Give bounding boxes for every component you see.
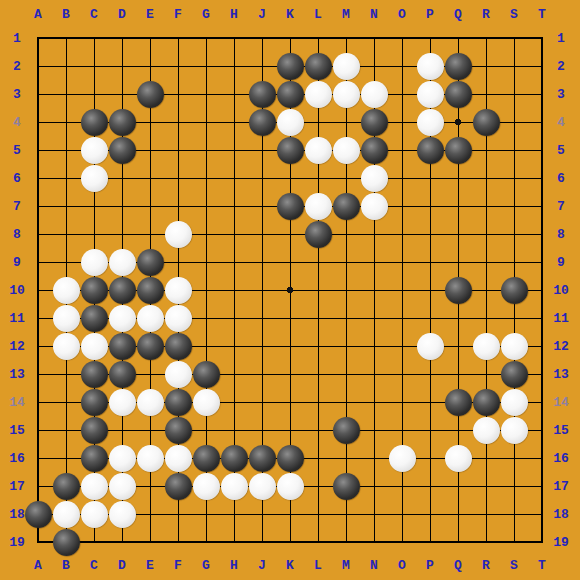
- board-cell[interactable]: [416, 136, 444, 164]
- board-cell[interactable]: [332, 220, 360, 248]
- board-cell[interactable]: [332, 248, 360, 276]
- board-cell[interactable]: [360, 332, 388, 360]
- board-cell[interactable]: [276, 500, 304, 528]
- board-cell[interactable]: [108, 24, 136, 52]
- board-cell[interactable]: [304, 332, 332, 360]
- board-cell[interactable]: [276, 136, 304, 164]
- board-cell[interactable]: [444, 528, 472, 556]
- board-cell[interactable]: [444, 416, 472, 444]
- board-cell[interactable]: [108, 52, 136, 80]
- board-cell[interactable]: [80, 332, 108, 360]
- board-cell[interactable]: [472, 500, 500, 528]
- board-cell[interactable]: [164, 136, 192, 164]
- board-cell[interactable]: [164, 164, 192, 192]
- board-cell[interactable]: [528, 24, 556, 52]
- board-cell[interactable]: [24, 108, 52, 136]
- board-cell[interactable]: [24, 360, 52, 388]
- board-cell[interactable]: [388, 360, 416, 388]
- board-cell[interactable]: [332, 304, 360, 332]
- board-cell[interactable]: [444, 108, 472, 136]
- board-cell[interactable]: [80, 24, 108, 52]
- board-cell[interactable]: [24, 416, 52, 444]
- board-cell[interactable]: [416, 360, 444, 388]
- board-cell[interactable]: [52, 136, 80, 164]
- board-cell[interactable]: [304, 164, 332, 192]
- board-cell[interactable]: [332, 360, 360, 388]
- board-cell[interactable]: [52, 80, 80, 108]
- board-cell[interactable]: [192, 304, 220, 332]
- board-cell[interactable]: [304, 220, 332, 248]
- board-cell[interactable]: [416, 472, 444, 500]
- board-cell[interactable]: [24, 248, 52, 276]
- board-cell[interactable]: [192, 388, 220, 416]
- board-cell[interactable]: [108, 528, 136, 556]
- board-cell[interactable]: [388, 500, 416, 528]
- board-cell[interactable]: [500, 444, 528, 472]
- board-cell[interactable]: [24, 164, 52, 192]
- board-cell[interactable]: [304, 192, 332, 220]
- board-cell[interactable]: [304, 388, 332, 416]
- board-cell[interactable]: [248, 304, 276, 332]
- board-cell[interactable]: [360, 416, 388, 444]
- board-cell[interactable]: [24, 24, 52, 52]
- board-cell[interactable]: [388, 248, 416, 276]
- board-cell[interactable]: [444, 220, 472, 248]
- board-cell[interactable]: [500, 388, 528, 416]
- board-cell[interactable]: [360, 24, 388, 52]
- board-cell[interactable]: [248, 164, 276, 192]
- board-cell[interactable]: [500, 220, 528, 248]
- board-cell[interactable]: [24, 332, 52, 360]
- board-cell[interactable]: [444, 276, 472, 304]
- board-cell[interactable]: [192, 248, 220, 276]
- board-cell[interactable]: [164, 192, 192, 220]
- board-cell[interactable]: [52, 416, 80, 444]
- board-cell[interactable]: [276, 528, 304, 556]
- board-cell[interactable]: [276, 304, 304, 332]
- board-cell[interactable]: [332, 472, 360, 500]
- board-cell[interactable]: [304, 472, 332, 500]
- board-cell[interactable]: [220, 248, 248, 276]
- board-cell[interactable]: [24, 276, 52, 304]
- board-cell[interactable]: [500, 24, 528, 52]
- board-cell[interactable]: [80, 136, 108, 164]
- board-cell[interactable]: [360, 500, 388, 528]
- board-cell[interactable]: [192, 360, 220, 388]
- board-cell[interactable]: [248, 444, 276, 472]
- board-cell[interactable]: [472, 164, 500, 192]
- board-cell[interactable]: [444, 472, 472, 500]
- board-cell[interactable]: [164, 108, 192, 136]
- board-cell[interactable]: [304, 444, 332, 472]
- board-cell[interactable]: [472, 332, 500, 360]
- board-cell[interactable]: [304, 500, 332, 528]
- board-cell[interactable]: [416, 24, 444, 52]
- board-cell[interactable]: [500, 248, 528, 276]
- board-cell[interactable]: [24, 52, 52, 80]
- board-cell[interactable]: [248, 416, 276, 444]
- board-cell[interactable]: [136, 360, 164, 388]
- board-cell[interactable]: [52, 108, 80, 136]
- board-cell[interactable]: [472, 80, 500, 108]
- board-cell[interactable]: [360, 136, 388, 164]
- board-cell[interactable]: [416, 164, 444, 192]
- board-cell[interactable]: [332, 24, 360, 52]
- board-cell[interactable]: [108, 332, 136, 360]
- board-cell[interactable]: [388, 472, 416, 500]
- board-cell[interactable]: [360, 276, 388, 304]
- board-cell[interactable]: [472, 220, 500, 248]
- board-cell[interactable]: [220, 80, 248, 108]
- board-cell[interactable]: [472, 304, 500, 332]
- board-cell[interactable]: [388, 528, 416, 556]
- board-cell[interactable]: [500, 528, 528, 556]
- board-cell[interactable]: [80, 248, 108, 276]
- board-cell[interactable]: [80, 52, 108, 80]
- board-cell[interactable]: [164, 388, 192, 416]
- board-cell[interactable]: [416, 52, 444, 80]
- board-cell[interactable]: [472, 388, 500, 416]
- board-cell[interactable]: [52, 360, 80, 388]
- board-cell[interactable]: [332, 192, 360, 220]
- board-cell[interactable]: [52, 248, 80, 276]
- board-cell[interactable]: [444, 192, 472, 220]
- board-cell[interactable]: [360, 108, 388, 136]
- board-cell[interactable]: [304, 108, 332, 136]
- board-cell[interactable]: [332, 528, 360, 556]
- board-cell[interactable]: [136, 528, 164, 556]
- board-cell[interactable]: [136, 24, 164, 52]
- board-cell[interactable]: [24, 528, 52, 556]
- board-cell[interactable]: [108, 500, 136, 528]
- board-cell[interactable]: [164, 80, 192, 108]
- board-cell[interactable]: [472, 416, 500, 444]
- board-cell[interactable]: [220, 416, 248, 444]
- board-cell[interactable]: [304, 24, 332, 52]
- board-cell[interactable]: [220, 276, 248, 304]
- board-cell[interactable]: [416, 332, 444, 360]
- board-cell[interactable]: [304, 276, 332, 304]
- board-cell[interactable]: [528, 164, 556, 192]
- board-cell[interactable]: [108, 444, 136, 472]
- board-cell[interactable]: [164, 220, 192, 248]
- board-cell[interactable]: [136, 500, 164, 528]
- board-cell[interactable]: [108, 388, 136, 416]
- board-cell[interactable]: [416, 388, 444, 416]
- board-cell[interactable]: [192, 528, 220, 556]
- board-cell[interactable]: [528, 52, 556, 80]
- board-cell[interactable]: [332, 332, 360, 360]
- board-cell[interactable]: [192, 52, 220, 80]
- board-cell[interactable]: [164, 360, 192, 388]
- board-cell[interactable]: [472, 52, 500, 80]
- board-cell[interactable]: [192, 164, 220, 192]
- board-cell[interactable]: [444, 164, 472, 192]
- board-cell[interactable]: [192, 220, 220, 248]
- board-cell[interactable]: [276, 248, 304, 276]
- board-cell[interactable]: [136, 248, 164, 276]
- board-cell[interactable]: [80, 528, 108, 556]
- board-cell[interactable]: [276, 220, 304, 248]
- board-cell[interactable]: [304, 52, 332, 80]
- board-cell[interactable]: [388, 136, 416, 164]
- board-cell[interactable]: [388, 52, 416, 80]
- board-cell[interactable]: [276, 332, 304, 360]
- board-cell[interactable]: [136, 472, 164, 500]
- board-cell[interactable]: [192, 24, 220, 52]
- board-cell[interactable]: [24, 472, 52, 500]
- board-cell[interactable]: [192, 108, 220, 136]
- board-cell[interactable]: [500, 276, 528, 304]
- board-cell[interactable]: [528, 220, 556, 248]
- board-cell[interactable]: [304, 136, 332, 164]
- board-cell[interactable]: [332, 52, 360, 80]
- board-cell[interactable]: [360, 164, 388, 192]
- board-cell[interactable]: [444, 444, 472, 472]
- board-cell[interactable]: [52, 52, 80, 80]
- board-cell[interactable]: [24, 80, 52, 108]
- board-cell[interactable]: [304, 304, 332, 332]
- board-cell[interactable]: [528, 108, 556, 136]
- board-cell[interactable]: [108, 108, 136, 136]
- board-cell[interactable]: [248, 528, 276, 556]
- board-cell[interactable]: [52, 24, 80, 52]
- board-cell[interactable]: [528, 472, 556, 500]
- board-cell[interactable]: [136, 108, 164, 136]
- board-cell[interactable]: [80, 500, 108, 528]
- board-cell[interactable]: [332, 388, 360, 416]
- board-cell[interactable]: [220, 388, 248, 416]
- board-cell[interactable]: [192, 500, 220, 528]
- board-cell[interactable]: [332, 276, 360, 304]
- board-cell[interactable]: [276, 416, 304, 444]
- board-cell[interactable]: [164, 248, 192, 276]
- board-cell[interactable]: [164, 24, 192, 52]
- board-cell[interactable]: [80, 444, 108, 472]
- board-cell[interactable]: [80, 472, 108, 500]
- board-cell[interactable]: [304, 528, 332, 556]
- board-cell[interactable]: [164, 332, 192, 360]
- board-cell[interactable]: [388, 276, 416, 304]
- board-cell[interactable]: [220, 304, 248, 332]
- board-cell[interactable]: [416, 528, 444, 556]
- board-cell[interactable]: [276, 52, 304, 80]
- board-cell[interactable]: [80, 80, 108, 108]
- board-cell[interactable]: [164, 528, 192, 556]
- board-cell[interactable]: [80, 192, 108, 220]
- board-cell[interactable]: [332, 500, 360, 528]
- board-cell[interactable]: [164, 472, 192, 500]
- board-cell[interactable]: [108, 248, 136, 276]
- board-cell[interactable]: [248, 388, 276, 416]
- board-cell[interactable]: [332, 108, 360, 136]
- board-cell[interactable]: [24, 192, 52, 220]
- board-cell[interactable]: [80, 108, 108, 136]
- board-cell[interactable]: [136, 276, 164, 304]
- board-cell[interactable]: [304, 360, 332, 388]
- board-cell[interactable]: [80, 360, 108, 388]
- board-cell[interactable]: [164, 304, 192, 332]
- board-cell[interactable]: [108, 360, 136, 388]
- board-cell[interactable]: [108, 164, 136, 192]
- board-cell[interactable]: [416, 304, 444, 332]
- board-cell[interactable]: [24, 500, 52, 528]
- board-cell[interactable]: [52, 444, 80, 472]
- board-cell[interactable]: [248, 52, 276, 80]
- board-cell[interactable]: [276, 164, 304, 192]
- board-cell[interactable]: [220, 500, 248, 528]
- board-cell[interactable]: [528, 136, 556, 164]
- board-cell[interactable]: [500, 360, 528, 388]
- board-cell[interactable]: [360, 80, 388, 108]
- board-cell[interactable]: [360, 472, 388, 500]
- board-cell[interactable]: [388, 24, 416, 52]
- board-cell[interactable]: [276, 360, 304, 388]
- board-cell[interactable]: [52, 388, 80, 416]
- board-cell[interactable]: [248, 500, 276, 528]
- board-cell[interactable]: [416, 500, 444, 528]
- board-cell[interactable]: [472, 528, 500, 556]
- board-cell[interactable]: [500, 332, 528, 360]
- board-cell[interactable]: [528, 248, 556, 276]
- board-cell[interactable]: [444, 360, 472, 388]
- board-cell[interactable]: [164, 276, 192, 304]
- board-cell[interactable]: [332, 164, 360, 192]
- board-cell[interactable]: [220, 472, 248, 500]
- board-cell[interactable]: [500, 108, 528, 136]
- board-cell[interactable]: [52, 528, 80, 556]
- board-cell[interactable]: [52, 164, 80, 192]
- board-cell[interactable]: [192, 444, 220, 472]
- board-cell[interactable]: [220, 24, 248, 52]
- board-cell[interactable]: [528, 528, 556, 556]
- board-cell[interactable]: [360, 444, 388, 472]
- board-cell[interactable]: [472, 192, 500, 220]
- board-cell[interactable]: [276, 192, 304, 220]
- board-cell[interactable]: [248, 108, 276, 136]
- board-cell[interactable]: [444, 24, 472, 52]
- board-cell[interactable]: [360, 304, 388, 332]
- board-cell[interactable]: [24, 220, 52, 248]
- board-cell[interactable]: [164, 52, 192, 80]
- board-cell[interactable]: [136, 388, 164, 416]
- board-cell[interactable]: [108, 416, 136, 444]
- board-cell[interactable]: [80, 164, 108, 192]
- board-cell[interactable]: [472, 248, 500, 276]
- board-cell[interactable]: [416, 80, 444, 108]
- board-cell[interactable]: [444, 80, 472, 108]
- board-cell[interactable]: [136, 416, 164, 444]
- board-cell[interactable]: [136, 136, 164, 164]
- board-cell[interactable]: [52, 500, 80, 528]
- board-cell[interactable]: [360, 388, 388, 416]
- board-cell[interactable]: [500, 136, 528, 164]
- board-cell[interactable]: [528, 388, 556, 416]
- board-cell[interactable]: [416, 248, 444, 276]
- board-cell[interactable]: [136, 332, 164, 360]
- board-cell[interactable]: [192, 416, 220, 444]
- board-cell[interactable]: [52, 192, 80, 220]
- board-cell[interactable]: [416, 192, 444, 220]
- board-cell[interactable]: [528, 332, 556, 360]
- board-cell[interactable]: [472, 24, 500, 52]
- board-cell[interactable]: [192, 332, 220, 360]
- board-cell[interactable]: [472, 472, 500, 500]
- board-cell[interactable]: [360, 220, 388, 248]
- board-cell[interactable]: [528, 444, 556, 472]
- board-cell[interactable]: [220, 528, 248, 556]
- board-cell[interactable]: [220, 332, 248, 360]
- board-cell[interactable]: [80, 276, 108, 304]
- board-cell[interactable]: [220, 52, 248, 80]
- board-cell[interactable]: [192, 80, 220, 108]
- board-cell[interactable]: [416, 220, 444, 248]
- board-cell[interactable]: [220, 164, 248, 192]
- board-cell[interactable]: [528, 276, 556, 304]
- board-cell[interactable]: [500, 80, 528, 108]
- board-cell[interactable]: [80, 388, 108, 416]
- board-cell[interactable]: [304, 80, 332, 108]
- board-cell[interactable]: [444, 332, 472, 360]
- board-cell[interactable]: [388, 332, 416, 360]
- board-cell[interactable]: [332, 136, 360, 164]
- board-cell[interactable]: [276, 388, 304, 416]
- board-cell[interactable]: [24, 304, 52, 332]
- board-cell[interactable]: [276, 108, 304, 136]
- board-cell[interactable]: [388, 444, 416, 472]
- board-cell[interactable]: [388, 192, 416, 220]
- board-cell[interactable]: [528, 416, 556, 444]
- board-cell[interactable]: [192, 276, 220, 304]
- board-cell[interactable]: [500, 416, 528, 444]
- board-cell[interactable]: [108, 304, 136, 332]
- board-cell[interactable]: [108, 136, 136, 164]
- board-cell[interactable]: [472, 360, 500, 388]
- board-cell[interactable]: [52, 472, 80, 500]
- board-cell[interactable]: [360, 248, 388, 276]
- board-cell[interactable]: [108, 192, 136, 220]
- board-cell[interactable]: [136, 220, 164, 248]
- board-cell[interactable]: [360, 192, 388, 220]
- board-cell[interactable]: [276, 444, 304, 472]
- board-cell[interactable]: [136, 192, 164, 220]
- board-cell[interactable]: [332, 80, 360, 108]
- board-cell[interactable]: [444, 136, 472, 164]
- board-cell[interactable]: [416, 276, 444, 304]
- board-cell[interactable]: [248, 192, 276, 220]
- board-cell[interactable]: [192, 192, 220, 220]
- board-cell[interactable]: [528, 304, 556, 332]
- board-cell[interactable]: [24, 136, 52, 164]
- board-cell[interactable]: [276, 472, 304, 500]
- board-cell[interactable]: [388, 80, 416, 108]
- board-cell[interactable]: [220, 220, 248, 248]
- board-cell[interactable]: [388, 388, 416, 416]
- board-cell[interactable]: [248, 248, 276, 276]
- board-cell[interactable]: [360, 528, 388, 556]
- board-cell[interactable]: [388, 304, 416, 332]
- board-cell[interactable]: [220, 108, 248, 136]
- board-cell[interactable]: [332, 416, 360, 444]
- board-cell[interactable]: [276, 24, 304, 52]
- board-cell[interactable]: [164, 416, 192, 444]
- board-cell[interactable]: [136, 444, 164, 472]
- board-cell[interactable]: [248, 136, 276, 164]
- board-cell[interactable]: [136, 80, 164, 108]
- board-cell[interactable]: [360, 52, 388, 80]
- board-cell[interactable]: [472, 276, 500, 304]
- board-cell[interactable]: [52, 276, 80, 304]
